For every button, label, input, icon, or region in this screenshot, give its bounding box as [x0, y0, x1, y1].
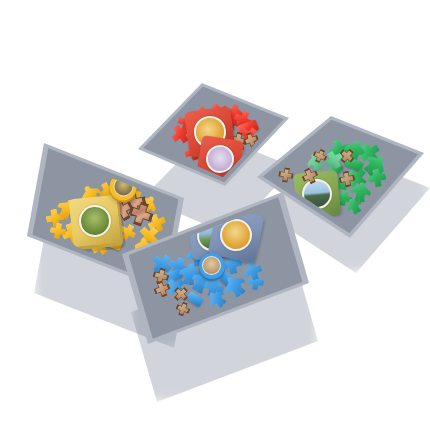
- blue-sticker-token: [174, 300, 192, 318]
- blue-sticker-art: [176, 302, 190, 316]
- yellow-player-tile: [68, 195, 121, 248]
- blue-sticker-art: [202, 256, 221, 275]
- green-sticker-art: [280, 168, 293, 181]
- blue-disc-token: [199, 253, 225, 279]
- yellow-sticker-art: [77, 203, 113, 239]
- blue-block: [186, 291, 204, 308]
- green-sticker-token: [278, 166, 295, 183]
- blue-cross-piece: [242, 259, 265, 282]
- product-photo: [0, 0, 430, 430]
